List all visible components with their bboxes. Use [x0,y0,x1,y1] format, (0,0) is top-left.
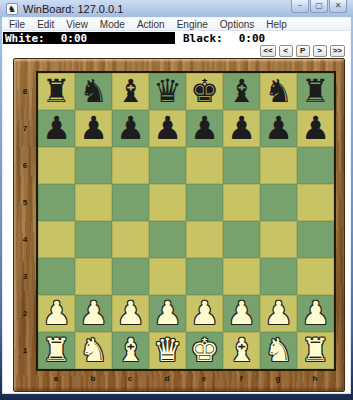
black-king-e8[interactable]: ♚ [190,73,219,110]
white-king-e1[interactable]: ♚ [190,332,219,369]
square-d1[interactable]: ♛ [149,332,186,369]
square-e6[interactable] [186,147,223,184]
file-label-h: h [308,374,322,383]
board-border: ♜♞♝♛♚♝♞♜♟♟♟♟♟♟♟♟♟♟♟♟♟♟♟♟♜♞♝♛♚♝♞♜ [36,71,336,371]
white-pawn-b2[interactable]: ♟ [79,295,108,332]
white-bishop-f1[interactable]: ♝ [227,332,256,369]
square-c4[interactable] [112,221,149,258]
white-pawn-g2[interactable]: ♟ [264,295,293,332]
winboard-window: ♞ WinBoard: 127.0.0.1 – ▢ ✕ FileEditView… [0,0,353,400]
chess-board[interactable]: ♜♞♝♛♚♝♞♜♟♟♟♟♟♟♟♟♟♟♟♟♟♟♟♟♜♞♝♛♚♝♞♜ [38,73,334,369]
black-pawn-h7[interactable]: ♟ [301,110,330,147]
square-g4[interactable] [260,221,297,258]
square-c3[interactable] [112,258,149,295]
menu-file[interactable]: File [3,18,31,31]
square-g8[interactable]: ♞ [260,73,297,110]
square-d2[interactable]: ♟ [149,295,186,332]
square-f4[interactable] [223,221,260,258]
black-pawn-c7[interactable]: ♟ [116,110,145,147]
menu-edit[interactable]: Edit [31,18,60,31]
title-bar[interactable]: ♞ WinBoard: 127.0.0.1 – ▢ ✕ [0,0,353,18]
square-g5[interactable] [260,184,297,221]
menu-action[interactable]: Action [131,18,171,31]
square-h3[interactable] [297,258,334,295]
square-a2[interactable]: ♟ [38,295,75,332]
window-controls: – ▢ ✕ [291,0,347,13]
file-label-d: d [160,374,174,383]
white-pawn-d2[interactable]: ♟ [153,295,182,332]
square-a5[interactable] [38,184,75,221]
square-e2[interactable]: ♟ [186,295,223,332]
square-f2[interactable]: ♟ [223,295,260,332]
file-label-e: e [197,374,211,383]
square-a6[interactable] [38,147,75,184]
pause-button[interactable]: P [296,45,310,57]
white-rook-a1[interactable]: ♜ [42,332,71,369]
step-back-button[interactable]: < [279,45,293,57]
rank-label-4: 4 [18,235,32,244]
file-label-a: a [49,374,63,383]
black-pawn-e7[interactable]: ♟ [190,110,219,147]
square-b6[interactable] [75,147,112,184]
file-label-g: g [271,374,285,383]
rank-label-8: 8 [18,87,32,96]
square-e8[interactable]: ♚ [186,73,223,110]
minimize-button[interactable]: – [291,0,309,13]
square-e4[interactable] [186,221,223,258]
white-pawn-h2[interactable]: ♟ [301,295,330,332]
square-f5[interactable] [223,184,260,221]
square-b7[interactable]: ♟ [75,110,112,147]
square-b8[interactable]: ♞ [75,73,112,110]
square-g6[interactable] [260,147,297,184]
white-clock-time: 0:00 [61,32,88,45]
square-c6[interactable] [112,147,149,184]
white-pawn-a2[interactable]: ♟ [42,295,71,332]
white-rook-h1[interactable]: ♜ [301,332,330,369]
black-pawn-a7[interactable]: ♟ [42,110,71,147]
square-h6[interactable] [297,147,334,184]
square-f3[interactable] [223,258,260,295]
square-c5[interactable] [112,184,149,221]
square-h7[interactable]: ♟ [297,110,334,147]
black-pawn-d7[interactable]: ♟ [153,110,182,147]
square-f6[interactable] [223,147,260,184]
square-b1[interactable]: ♞ [75,332,112,369]
file-label-c: c [123,374,137,383]
board-wooden-frame: ♜♞♝♛♚♝♞♜♟♟♟♟♟♟♟♟♟♟♟♟♟♟♟♟♜♞♝♛♚♝♞♜ 8765432… [13,58,345,392]
fast-forward-button[interactable]: >> [330,45,345,57]
square-c8[interactable]: ♝ [112,73,149,110]
black-clock[interactable]: Black: 0:00 [181,32,265,44]
square-e7[interactable]: ♟ [186,110,223,147]
black-clock-time: 0:00 [239,32,266,45]
white-bishop-c1[interactable]: ♝ [116,332,145,369]
winboard-app-icon: ♞ [6,3,18,15]
white-knight-g1[interactable]: ♞ [264,332,293,369]
client-area: FileEditViewModeActionEngineOptionsHelp … [3,18,350,393]
square-d6[interactable] [149,147,186,184]
square-f8[interactable]: ♝ [223,73,260,110]
square-h8[interactable]: ♜ [297,73,334,110]
step-forward-button[interactable]: > [313,45,327,57]
game-navigation-buttons: <<<P>>> [3,45,350,57]
square-b2[interactable]: ♟ [75,295,112,332]
black-queen-d8[interactable]: ♛ [153,73,182,110]
square-c2[interactable]: ♟ [112,295,149,332]
rank-label-2: 2 [18,309,32,318]
rank-label-6: 6 [18,161,32,170]
square-a1[interactable]: ♜ [38,332,75,369]
menu-options[interactable]: Options [214,18,260,31]
white-pawn-f2[interactable]: ♟ [227,295,256,332]
black-knight-b8[interactable]: ♞ [79,73,108,110]
square-e1[interactable]: ♚ [186,332,223,369]
window-title: WinBoard: 127.0.0.1 [23,3,123,15]
square-d8[interactable]: ♛ [149,73,186,110]
file-label-b: b [86,374,100,383]
file-label-f: f [234,374,248,383]
white-pawn-e2[interactable]: ♟ [190,295,219,332]
square-d7[interactable]: ♟ [149,110,186,147]
black-pawn-f7[interactable]: ♟ [227,110,256,147]
black-rook-h8[interactable]: ♜ [301,73,330,110]
square-b5[interactable] [75,184,112,221]
square-g3[interactable] [260,258,297,295]
square-e5[interactable] [186,184,223,221]
square-f7[interactable]: ♟ [223,110,260,147]
square-g1[interactable]: ♞ [260,332,297,369]
square-a3[interactable] [38,258,75,295]
square-a7[interactable]: ♟ [38,110,75,147]
square-c1[interactable]: ♝ [112,332,149,369]
menu-engine[interactable]: Engine [171,18,214,31]
square-a4[interactable] [38,221,75,258]
maximize-button[interactable]: ▢ [310,0,328,13]
black-rook-a8[interactable]: ♜ [42,73,71,110]
square-c7[interactable]: ♟ [112,110,149,147]
square-d4[interactable] [149,221,186,258]
menu-mode[interactable]: Mode [94,18,131,31]
square-g7[interactable]: ♟ [260,110,297,147]
square-g2[interactable]: ♟ [260,295,297,332]
menu-help[interactable]: Help [260,18,293,31]
square-h2[interactable]: ♟ [297,295,334,332]
rewind-to-start-button[interactable]: << [260,45,275,57]
square-f1[interactable]: ♝ [223,332,260,369]
menu-bar: FileEditViewModeActionEngineOptionsHelp [3,18,350,31]
black-knight-g8[interactable]: ♞ [264,73,293,110]
black-bishop-f8[interactable]: ♝ [227,73,256,110]
square-h1[interactable]: ♜ [297,332,334,369]
square-a8[interactable]: ♜ [38,73,75,110]
black-pawn-b7[interactable]: ♟ [79,110,108,147]
square-b3[interactable] [75,258,112,295]
square-d3[interactable] [149,258,186,295]
square-e3[interactable] [186,258,223,295]
white-clock-label: White: [5,32,45,45]
black-bishop-c8[interactable]: ♝ [116,73,145,110]
clock-row: White: 0:00 Black: 0:00 [3,32,350,44]
square-d5[interactable] [149,184,186,221]
menu-view[interactable]: View [60,18,94,31]
rank-label-1: 1 [18,346,32,355]
white-pawn-c2[interactable]: ♟ [116,295,145,332]
square-b4[interactable] [75,221,112,258]
white-knight-b1[interactable]: ♞ [79,332,108,369]
black-clock-label: Black: [183,32,223,45]
rank-label-7: 7 [18,124,32,133]
rank-label-5: 5 [18,198,32,207]
black-pawn-g7[interactable]: ♟ [264,110,293,147]
white-clock[interactable]: White: 0:00 [3,32,175,44]
square-h5[interactable] [297,184,334,221]
square-h4[interactable] [297,221,334,258]
rank-label-3: 3 [18,272,32,281]
close-button[interactable]: ✕ [329,0,347,13]
white-queen-d1[interactable]: ♛ [153,332,182,369]
